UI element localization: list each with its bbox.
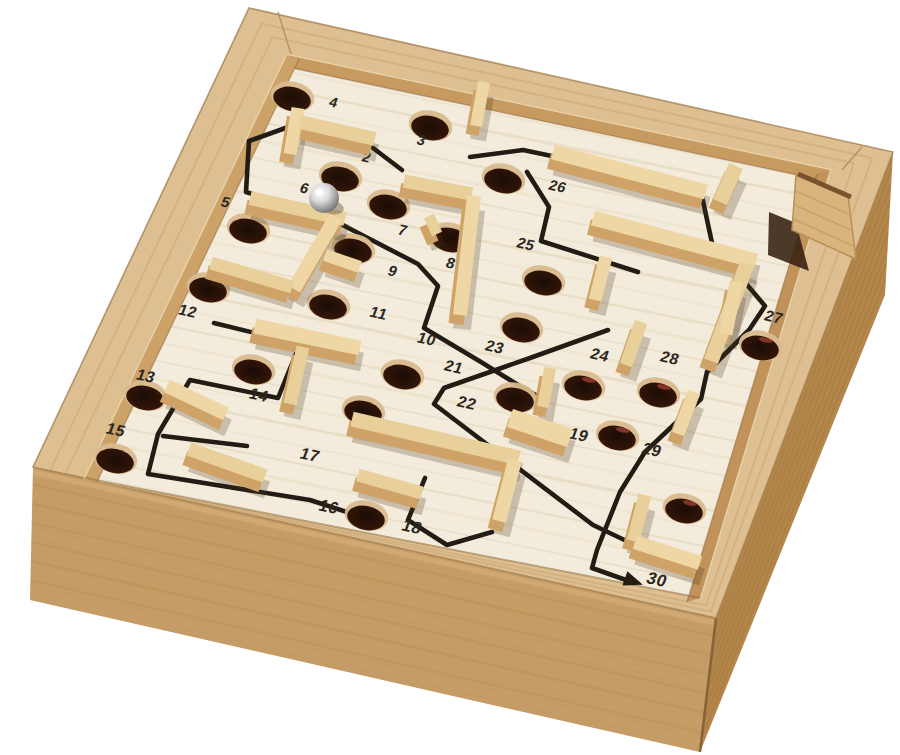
wall-top <box>543 368 550 407</box>
labyrinth-board: 2345678910111213141516171819212223242526… <box>0 0 900 755</box>
wall-top <box>429 216 437 234</box>
wall-top <box>476 82 484 126</box>
wall-top <box>290 108 298 154</box>
labyrinth-game-photo: 2345678910111213141516171819212223242526… <box>0 0 900 755</box>
